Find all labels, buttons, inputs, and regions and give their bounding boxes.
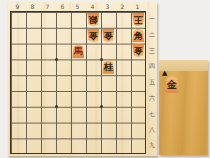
board-grid[interactable]: 銀王金金角馬金桂	[10, 11, 146, 154]
rank-label-2: 二	[147, 27, 157, 43]
rank-labels: 一二三四五六七八九	[147, 11, 157, 154]
star-point	[100, 58, 103, 61]
file-label-6: 6	[55, 2, 70, 11]
piece-sente-角-12[interactable]: 角	[132, 29, 145, 43]
piece-gote-銀-41[interactable]: 銀	[87, 13, 100, 27]
rank-label-7: 七	[147, 106, 157, 122]
rank-label-3: 三	[147, 43, 157, 59]
rank-label-9: 九	[147, 137, 157, 153]
hand-piece-金[interactable]: 金	[165, 76, 179, 93]
komadai-sente: ▲ 金	[159, 60, 208, 155]
file-label-1: 1	[130, 2, 145, 11]
shogi-board: 987654321 一二三四五六七八九 銀王金金角馬金桂	[8, 2, 157, 156]
file-label-7: 7	[40, 2, 55, 11]
hand-pieces: 金	[159, 71, 208, 93]
rank-label-8: 八	[147, 122, 157, 138]
star-point	[55, 58, 58, 61]
piece-gote-金-32[interactable]: 金	[102, 29, 115, 43]
file-label-2: 2	[115, 2, 130, 11]
piece-gote-金-42[interactable]: 金	[87, 29, 100, 43]
file-label-8: 8	[25, 2, 40, 11]
piece-gote-王-11[interactable]: 王	[132, 13, 145, 27]
star-point	[100, 105, 103, 108]
rank-label-1: 一	[147, 11, 157, 27]
rank-label-5: 五	[147, 74, 157, 90]
rank-label-4: 四	[147, 58, 157, 74]
rank-label-6: 六	[147, 90, 157, 106]
file-label-3: 3	[100, 2, 115, 11]
piece-sente-桂-34[interactable]: 桂	[102, 60, 115, 74]
piece-gote-金-13[interactable]: 金	[132, 44, 145, 58]
file-labels: 987654321	[10, 2, 146, 11]
file-label-9: 9	[10, 2, 25, 11]
piece-sente-馬-53[interactable]: 馬	[72, 44, 85, 58]
shogi-widget: 987654321 一二三四五六七八九 銀王金金角馬金桂 ▲ 金	[0, 0, 210, 158]
file-label-5: 5	[70, 2, 85, 11]
komadai-header: ▲	[159, 60, 208, 71]
file-label-4: 4	[85, 2, 100, 11]
star-point	[55, 105, 58, 108]
